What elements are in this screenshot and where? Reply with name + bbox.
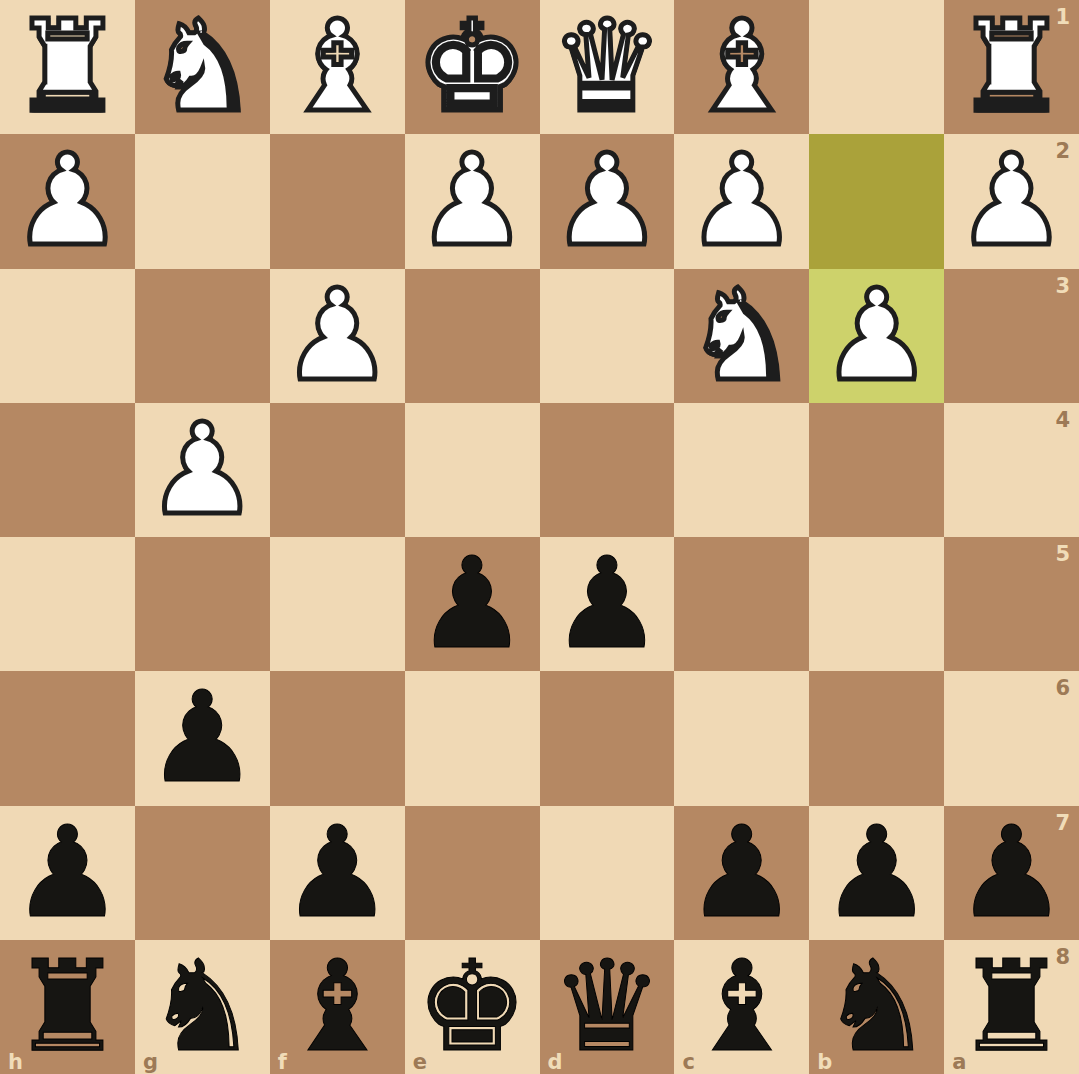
black-king[interactable]: ♚ — [416, 944, 529, 1070]
square-d6[interactable] — [540, 671, 675, 805]
square-e2[interactable]: ♟ — [405, 134, 540, 268]
square-a7[interactable]: 7♟ — [944, 806, 1079, 940]
square-c6[interactable] — [674, 671, 809, 805]
white-rook[interactable]: ♜ — [11, 4, 124, 130]
square-a8[interactable]: 8a♜ — [944, 940, 1079, 1074]
square-h8[interactable]: h♜ — [0, 940, 135, 1074]
white-pawn[interactable]: ♟ — [550, 138, 663, 264]
square-g1[interactable]: ♞ — [135, 0, 270, 134]
black-queen[interactable]: ♛ — [550, 944, 663, 1070]
black-pawn[interactable]: ♟ — [146, 675, 259, 801]
square-e3[interactable] — [405, 269, 540, 403]
white-bishop[interactable]: ♝ — [281, 4, 394, 130]
square-g5[interactable] — [135, 537, 270, 671]
square-b8[interactable]: b♞ — [809, 940, 944, 1074]
square-b5[interactable] — [809, 537, 944, 671]
white-pawn[interactable]: ♟ — [146, 407, 259, 533]
square-b7[interactable]: ♟ — [809, 806, 944, 940]
white-pawn[interactable]: ♟ — [820, 273, 933, 399]
black-rook[interactable]: ♜ — [955, 944, 1068, 1070]
white-pawn[interactable]: ♟ — [416, 138, 529, 264]
white-king[interactable]: ♚ — [416, 4, 529, 130]
square-e8[interactable]: e♚ — [405, 940, 540, 1074]
black-pawn[interactable]: ♟ — [685, 810, 798, 936]
rank-label-5: 5 — [1055, 542, 1070, 566]
square-f3[interactable]: ♟ — [270, 269, 405, 403]
square-f6[interactable] — [270, 671, 405, 805]
square-c3[interactable]: ♞ — [674, 269, 809, 403]
square-d7[interactable] — [540, 806, 675, 940]
white-bishop[interactable]: ♝ — [685, 4, 798, 130]
square-h2[interactable]: ♟ — [0, 134, 135, 268]
square-h5[interactable] — [0, 537, 135, 671]
black-bishop[interactable]: ♝ — [685, 944, 798, 1070]
square-e6[interactable] — [405, 671, 540, 805]
white-knight[interactable]: ♞ — [685, 273, 798, 399]
black-knight[interactable]: ♞ — [146, 944, 259, 1070]
black-pawn[interactable]: ♟ — [550, 541, 663, 667]
square-d1[interactable]: ♛ — [540, 0, 675, 134]
square-d3[interactable] — [540, 269, 675, 403]
white-pawn[interactable]: ♟ — [955, 138, 1068, 264]
square-b1[interactable] — [809, 0, 944, 134]
white-rook[interactable]: ♜ — [955, 4, 1068, 130]
black-bishop[interactable]: ♝ — [281, 944, 394, 1070]
square-h1[interactable]: ♜ — [0, 0, 135, 134]
square-f7[interactable]: ♟ — [270, 806, 405, 940]
rank-label-4: 4 — [1055, 408, 1070, 432]
square-g4[interactable]: ♟ — [135, 403, 270, 537]
black-pawn[interactable]: ♟ — [416, 541, 529, 667]
square-b3[interactable]: ♟ — [809, 269, 944, 403]
square-f4[interactable] — [270, 403, 405, 537]
square-d4[interactable] — [540, 403, 675, 537]
square-c2[interactable]: ♟ — [674, 134, 809, 268]
square-d8[interactable]: d♛ — [540, 940, 675, 1074]
black-pawn[interactable]: ♟ — [11, 810, 124, 936]
black-pawn[interactable]: ♟ — [281, 810, 394, 936]
square-f2[interactable] — [270, 134, 405, 268]
black-pawn[interactable]: ♟ — [820, 810, 933, 936]
square-c8[interactable]: c♝ — [674, 940, 809, 1074]
white-pawn[interactable]: ♟ — [281, 273, 394, 399]
square-b2[interactable] — [809, 134, 944, 268]
chess-board-container: ♜♞♝♚♛♝1♜♟♟♟♟2♟♟♞♟3♟4♟♟5♟6♟♟♟♟7♟h♜g♞f♝e♚d… — [0, 0, 1079, 1074]
square-f5[interactable] — [270, 537, 405, 671]
square-e1[interactable]: ♚ — [405, 0, 540, 134]
square-g7[interactable] — [135, 806, 270, 940]
square-d5[interactable]: ♟ — [540, 537, 675, 671]
black-pawn[interactable]: ♟ — [955, 810, 1068, 936]
square-c7[interactable]: ♟ — [674, 806, 809, 940]
square-h7[interactable]: ♟ — [0, 806, 135, 940]
chess-board: ♜♞♝♚♛♝1♜♟♟♟♟2♟♟♞♟3♟4♟♟5♟6♟♟♟♟7♟h♜g♞f♝e♚d… — [0, 0, 1079, 1074]
square-e4[interactable] — [405, 403, 540, 537]
square-a6[interactable]: 6 — [944, 671, 1079, 805]
white-pawn[interactable]: ♟ — [685, 138, 798, 264]
square-b6[interactable] — [809, 671, 944, 805]
square-a5[interactable]: 5 — [944, 537, 1079, 671]
black-knight[interactable]: ♞ — [820, 944, 933, 1070]
white-queen[interactable]: ♛ — [550, 4, 663, 130]
square-c5[interactable] — [674, 537, 809, 671]
rank-label-6: 6 — [1055, 676, 1070, 700]
square-c1[interactable]: ♝ — [674, 0, 809, 134]
rank-label-3: 3 — [1055, 274, 1070, 298]
square-a3[interactable]: 3 — [944, 269, 1079, 403]
square-g6[interactable]: ♟ — [135, 671, 270, 805]
square-a2[interactable]: 2♟ — [944, 134, 1079, 268]
square-h4[interactable] — [0, 403, 135, 537]
square-f8[interactable]: f♝ — [270, 940, 405, 1074]
square-a4[interactable]: 4 — [944, 403, 1079, 537]
square-h3[interactable] — [0, 269, 135, 403]
square-e7[interactable] — [405, 806, 540, 940]
square-a1[interactable]: 1♜ — [944, 0, 1079, 134]
square-c4[interactable] — [674, 403, 809, 537]
square-e5[interactable]: ♟ — [405, 537, 540, 671]
square-f1[interactable]: ♝ — [270, 0, 405, 134]
square-g3[interactable] — [135, 269, 270, 403]
square-g8[interactable]: g♞ — [135, 940, 270, 1074]
black-rook[interactable]: ♜ — [11, 944, 124, 1070]
square-b4[interactable] — [809, 403, 944, 537]
white-knight[interactable]: ♞ — [146, 4, 259, 130]
square-g2[interactable] — [135, 134, 270, 268]
square-h6[interactable] — [0, 671, 135, 805]
white-pawn[interactable]: ♟ — [11, 138, 124, 264]
square-d2[interactable]: ♟ — [540, 134, 675, 268]
